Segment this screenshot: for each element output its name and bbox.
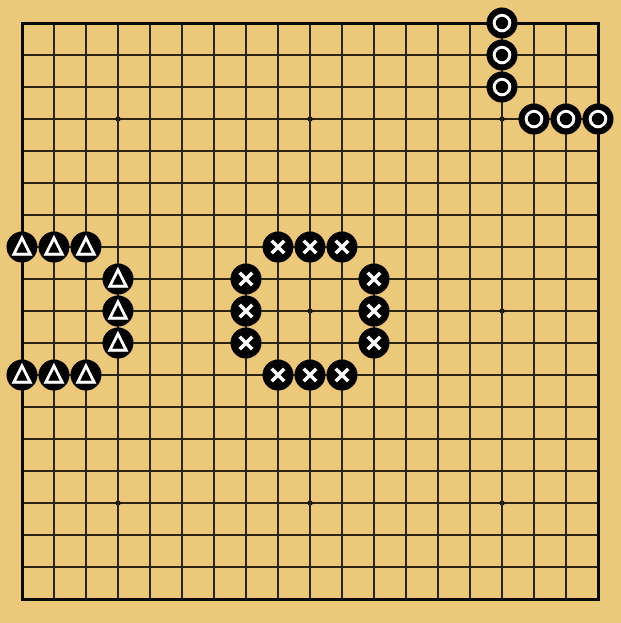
board-cell[interactable] — [102, 519, 134, 551]
board-cell[interactable] — [294, 583, 326, 615]
board-cell[interactable] — [262, 359, 294, 391]
board-cell[interactable] — [70, 327, 102, 359]
board-cell[interactable] — [454, 551, 486, 583]
board-cell[interactable] — [550, 167, 582, 199]
board-cell[interactable] — [230, 583, 262, 615]
board-cell[interactable] — [422, 231, 454, 263]
board-cell[interactable] — [390, 583, 422, 615]
board-cell[interactable] — [582, 583, 614, 615]
board-cell[interactable] — [550, 519, 582, 551]
board-cell[interactable] — [102, 359, 134, 391]
board-cell[interactable] — [262, 551, 294, 583]
board-cell[interactable] — [230, 263, 262, 295]
board-cell[interactable] — [326, 167, 358, 199]
board-cell[interactable] — [6, 231, 38, 263]
board-cell[interactable] — [262, 135, 294, 167]
board-cell[interactable] — [38, 391, 70, 423]
board-cell[interactable] — [198, 103, 230, 135]
board-cell[interactable] — [166, 455, 198, 487]
board-cell[interactable] — [70, 135, 102, 167]
board-cell[interactable] — [166, 359, 198, 391]
board-cell[interactable] — [262, 487, 294, 519]
board-cell[interactable] — [134, 263, 166, 295]
board-cell[interactable] — [390, 103, 422, 135]
board-cell[interactable] — [454, 39, 486, 71]
board-cell[interactable] — [166, 167, 198, 199]
board-cell[interactable] — [518, 327, 550, 359]
board-cell[interactable] — [198, 135, 230, 167]
board-cell[interactable] — [134, 103, 166, 135]
board-cell[interactable] — [134, 391, 166, 423]
board-cell[interactable] — [230, 135, 262, 167]
board-cell[interactable] — [390, 359, 422, 391]
board-cell[interactable] — [38, 199, 70, 231]
board-cell[interactable] — [198, 263, 230, 295]
board-cell[interactable] — [390, 327, 422, 359]
board-cell[interactable] — [294, 455, 326, 487]
board-cell[interactable] — [294, 423, 326, 455]
board-cell[interactable] — [102, 39, 134, 71]
board-cell[interactable] — [582, 167, 614, 199]
board-cell[interactable] — [166, 39, 198, 71]
board-cell[interactable] — [70, 455, 102, 487]
board-cell[interactable] — [518, 519, 550, 551]
board-cell[interactable] — [486, 39, 518, 71]
board-cell[interactable] — [486, 327, 518, 359]
board-cell[interactable] — [422, 71, 454, 103]
board-cell[interactable] — [294, 7, 326, 39]
board-cell[interactable] — [550, 39, 582, 71]
board-cell[interactable] — [486, 71, 518, 103]
board-cell[interactable] — [326, 263, 358, 295]
board-cell[interactable] — [230, 455, 262, 487]
board-cell[interactable] — [422, 551, 454, 583]
board-cell[interactable] — [326, 103, 358, 135]
board-cell[interactable] — [6, 359, 38, 391]
board-cell[interactable] — [38, 135, 70, 167]
board-cell[interactable] — [518, 423, 550, 455]
board-cell[interactable] — [262, 231, 294, 263]
board-cell[interactable] — [486, 455, 518, 487]
board-cell[interactable] — [70, 359, 102, 391]
board-cell[interactable] — [326, 7, 358, 39]
board-cell[interactable] — [518, 231, 550, 263]
board-cell[interactable] — [518, 39, 550, 71]
board-cell[interactable] — [102, 551, 134, 583]
board-cell[interactable] — [38, 455, 70, 487]
board-cell[interactable] — [518, 359, 550, 391]
board-cell[interactable] — [6, 455, 38, 487]
board-cell[interactable] — [518, 263, 550, 295]
board-cell[interactable] — [582, 519, 614, 551]
board-cell[interactable] — [198, 39, 230, 71]
board-cell[interactable] — [358, 455, 390, 487]
board-cell[interactable] — [486, 391, 518, 423]
board-cell[interactable] — [326, 519, 358, 551]
board-cell[interactable] — [102, 71, 134, 103]
board-cell[interactable] — [422, 103, 454, 135]
board-cell[interactable] — [230, 231, 262, 263]
board-cell[interactable] — [6, 7, 38, 39]
board-cell[interactable] — [550, 71, 582, 103]
board-cell[interactable] — [358, 583, 390, 615]
board-cell[interactable] — [454, 327, 486, 359]
board-cell[interactable] — [102, 423, 134, 455]
board-cell[interactable] — [262, 39, 294, 71]
board-cell[interactable] — [38, 71, 70, 103]
board-cell[interactable] — [550, 359, 582, 391]
board-cell[interactable] — [134, 231, 166, 263]
board-cell[interactable] — [70, 263, 102, 295]
board-cell[interactable] — [326, 135, 358, 167]
board-cell[interactable] — [582, 551, 614, 583]
board-cell[interactable] — [486, 423, 518, 455]
board-cell[interactable] — [486, 135, 518, 167]
board-cell[interactable] — [550, 295, 582, 327]
board-cell[interactable] — [102, 135, 134, 167]
board-cell[interactable] — [518, 71, 550, 103]
board-cell[interactable] — [102, 199, 134, 231]
board-cell[interactable] — [358, 39, 390, 71]
board-cell[interactable] — [38, 487, 70, 519]
board-cell[interactable] — [582, 71, 614, 103]
board-cell[interactable] — [6, 295, 38, 327]
board-cell[interactable] — [230, 519, 262, 551]
board-cell[interactable] — [262, 423, 294, 455]
board-cell[interactable] — [390, 455, 422, 487]
board-cell[interactable] — [390, 423, 422, 455]
board-cell[interactable] — [230, 295, 262, 327]
board-cell[interactable] — [390, 199, 422, 231]
board-cell[interactable] — [550, 551, 582, 583]
board-cell[interactable] — [262, 263, 294, 295]
board-cell[interactable] — [198, 487, 230, 519]
board-cell[interactable] — [134, 7, 166, 39]
board-cell[interactable] — [326, 487, 358, 519]
board-cell[interactable] — [230, 423, 262, 455]
board-cell[interactable] — [454, 167, 486, 199]
board-cell[interactable] — [6, 423, 38, 455]
board-cell[interactable] — [6, 263, 38, 295]
board-cell[interactable] — [422, 455, 454, 487]
board-cell[interactable] — [6, 583, 38, 615]
board-cell[interactable] — [70, 583, 102, 615]
board-cell[interactable] — [262, 71, 294, 103]
board-cell[interactable] — [294, 39, 326, 71]
board-cell[interactable] — [550, 231, 582, 263]
board-cell[interactable] — [198, 7, 230, 39]
board-cell[interactable] — [358, 423, 390, 455]
board-cell[interactable] — [422, 199, 454, 231]
board-cell[interactable] — [262, 583, 294, 615]
board-cell[interactable] — [518, 295, 550, 327]
board-cell[interactable] — [358, 551, 390, 583]
board-cell[interactable] — [486, 103, 518, 135]
board-cell[interactable] — [134, 359, 166, 391]
board-cell[interactable] — [102, 295, 134, 327]
board-cell[interactable] — [198, 551, 230, 583]
board-cell[interactable] — [454, 199, 486, 231]
board-cell[interactable] — [262, 295, 294, 327]
board-cell[interactable] — [454, 231, 486, 263]
board-cell[interactable] — [38, 423, 70, 455]
board-cell[interactable] — [134, 39, 166, 71]
board-cell[interactable] — [230, 391, 262, 423]
board-cell[interactable] — [102, 455, 134, 487]
board-cell[interactable] — [422, 327, 454, 359]
board-cell[interactable] — [230, 327, 262, 359]
board-cell[interactable] — [102, 327, 134, 359]
board-cell[interactable] — [230, 487, 262, 519]
board-cell[interactable] — [294, 103, 326, 135]
board-cell[interactable] — [166, 231, 198, 263]
board-cell[interactable] — [70, 391, 102, 423]
board-cell[interactable] — [326, 391, 358, 423]
board-cell[interactable] — [166, 263, 198, 295]
board-cell[interactable] — [454, 71, 486, 103]
board-cell[interactable] — [102, 231, 134, 263]
board-cell[interactable] — [70, 199, 102, 231]
board-cell[interactable] — [6, 135, 38, 167]
board-cell[interactable] — [390, 231, 422, 263]
board-cell[interactable] — [550, 423, 582, 455]
board-cell[interactable] — [198, 455, 230, 487]
board-cell[interactable] — [198, 231, 230, 263]
board-cell[interactable] — [166, 327, 198, 359]
board-cell[interactable] — [422, 423, 454, 455]
board-cell[interactable] — [102, 583, 134, 615]
board-cell[interactable] — [422, 583, 454, 615]
board-cell[interactable] — [134, 327, 166, 359]
board-cell[interactable] — [38, 231, 70, 263]
board-cell[interactable] — [550, 455, 582, 487]
board-cell[interactable] — [38, 327, 70, 359]
board-cell[interactable] — [134, 583, 166, 615]
board-cell[interactable] — [166, 103, 198, 135]
board-cell[interactable] — [166, 199, 198, 231]
board-cell[interactable] — [326, 359, 358, 391]
board-cell[interactable] — [198, 391, 230, 423]
board-cell[interactable] — [582, 423, 614, 455]
board-cell[interactable] — [134, 455, 166, 487]
board-cell[interactable] — [262, 103, 294, 135]
board-cell[interactable] — [166, 71, 198, 103]
board-cell[interactable] — [70, 295, 102, 327]
board-cell[interactable] — [422, 167, 454, 199]
board-cell[interactable] — [422, 295, 454, 327]
board-cell[interactable] — [550, 327, 582, 359]
board-cell[interactable] — [198, 359, 230, 391]
board-cell[interactable] — [358, 487, 390, 519]
board-cell[interactable] — [6, 519, 38, 551]
board-cell[interactable] — [454, 487, 486, 519]
board-cell[interactable] — [198, 199, 230, 231]
board-cell[interactable] — [326, 39, 358, 71]
board-cell[interactable] — [198, 167, 230, 199]
board-cell[interactable] — [6, 327, 38, 359]
board-cell[interactable] — [486, 551, 518, 583]
board-cell[interactable] — [550, 135, 582, 167]
board-cell[interactable] — [582, 263, 614, 295]
board-cell[interactable] — [582, 231, 614, 263]
board-cell[interactable] — [582, 359, 614, 391]
board-cell[interactable] — [518, 455, 550, 487]
board-cell[interactable] — [326, 231, 358, 263]
board-cell[interactable] — [70, 551, 102, 583]
board-cell[interactable] — [70, 7, 102, 39]
board-cell[interactable] — [262, 455, 294, 487]
board-cell[interactable] — [422, 519, 454, 551]
board-cell[interactable] — [454, 455, 486, 487]
board-cell[interactable] — [70, 487, 102, 519]
board-cell[interactable] — [582, 487, 614, 519]
board-cell[interactable] — [390, 135, 422, 167]
board-cell[interactable] — [454, 519, 486, 551]
board-cell[interactable] — [134, 551, 166, 583]
board-cell[interactable] — [38, 359, 70, 391]
board-cell[interactable] — [294, 391, 326, 423]
board-cell[interactable] — [454, 391, 486, 423]
board-cell[interactable] — [358, 231, 390, 263]
board-cell[interactable] — [134, 423, 166, 455]
board-cell[interactable] — [230, 167, 262, 199]
board-cell[interactable] — [166, 423, 198, 455]
board-cell[interactable] — [390, 391, 422, 423]
board-cell[interactable] — [166, 583, 198, 615]
board-cell[interactable] — [454, 583, 486, 615]
board-cell[interactable] — [294, 231, 326, 263]
board-cell[interactable] — [166, 7, 198, 39]
board-cell[interactable] — [198, 327, 230, 359]
board-cell[interactable] — [230, 71, 262, 103]
board-cell[interactable] — [550, 103, 582, 135]
board-cell[interactable] — [582, 455, 614, 487]
board-cell[interactable] — [70, 167, 102, 199]
board-cell[interactable] — [166, 391, 198, 423]
board-cell[interactable] — [166, 135, 198, 167]
board-cell[interactable] — [6, 167, 38, 199]
board-cell[interactable] — [38, 519, 70, 551]
board-cell[interactable] — [454, 295, 486, 327]
board-cell[interactable] — [422, 7, 454, 39]
board-cell[interactable] — [166, 295, 198, 327]
board-cell[interactable] — [454, 103, 486, 135]
board-cell[interactable] — [134, 487, 166, 519]
board-cell[interactable] — [358, 71, 390, 103]
board-cell[interactable] — [390, 551, 422, 583]
board-cell[interactable] — [38, 39, 70, 71]
board-cell[interactable] — [294, 359, 326, 391]
board-cell[interactable] — [6, 39, 38, 71]
board-cell[interactable] — [102, 7, 134, 39]
board-cell[interactable] — [518, 583, 550, 615]
board-cell[interactable] — [134, 199, 166, 231]
board-cell[interactable] — [550, 391, 582, 423]
board-cell[interactable] — [358, 7, 390, 39]
board-cell[interactable] — [70, 103, 102, 135]
board-cell[interactable] — [294, 263, 326, 295]
board-cell[interactable] — [486, 295, 518, 327]
board-cell[interactable] — [70, 423, 102, 455]
board-cell[interactable] — [582, 199, 614, 231]
board-cell[interactable] — [38, 103, 70, 135]
board-cell[interactable] — [550, 199, 582, 231]
board-cell[interactable] — [198, 71, 230, 103]
board-cell[interactable] — [6, 71, 38, 103]
board-cell[interactable] — [390, 263, 422, 295]
board-cell[interactable] — [198, 583, 230, 615]
board-cell[interactable] — [390, 167, 422, 199]
board-cell[interactable] — [294, 295, 326, 327]
board-cell[interactable] — [486, 263, 518, 295]
board-cell[interactable] — [198, 423, 230, 455]
board-cell[interactable] — [38, 263, 70, 295]
board-cell[interactable] — [422, 487, 454, 519]
board-cell[interactable] — [550, 7, 582, 39]
board-cell[interactable] — [358, 135, 390, 167]
board-cell[interactable] — [582, 135, 614, 167]
board-cell[interactable] — [134, 519, 166, 551]
board-cell[interactable] — [262, 327, 294, 359]
board-cell[interactable] — [422, 135, 454, 167]
board-cell[interactable] — [294, 71, 326, 103]
board-cell[interactable] — [38, 583, 70, 615]
board-cell[interactable] — [358, 263, 390, 295]
board-cell[interactable] — [518, 167, 550, 199]
board-cell[interactable] — [70, 39, 102, 71]
board-cell[interactable] — [358, 327, 390, 359]
board-cell[interactable] — [102, 487, 134, 519]
board-cell[interactable] — [294, 167, 326, 199]
board-cell[interactable] — [518, 103, 550, 135]
board-cell[interactable] — [326, 295, 358, 327]
board-cell[interactable] — [134, 295, 166, 327]
board-cell[interactable] — [422, 391, 454, 423]
board-cell[interactable] — [486, 231, 518, 263]
board-cell[interactable] — [262, 391, 294, 423]
board-cell[interactable] — [454, 135, 486, 167]
board-cell[interactable] — [198, 519, 230, 551]
board-cell[interactable] — [486, 7, 518, 39]
board-cell[interactable] — [230, 39, 262, 71]
board-cell[interactable] — [390, 487, 422, 519]
board-cell[interactable] — [230, 103, 262, 135]
board-cell[interactable] — [198, 295, 230, 327]
board-cell[interactable] — [102, 391, 134, 423]
board-cell[interactable] — [550, 263, 582, 295]
board-cell[interactable] — [38, 167, 70, 199]
board-cell[interactable] — [70, 519, 102, 551]
board-cell[interactable] — [230, 199, 262, 231]
board-cell[interactable] — [518, 7, 550, 39]
board-cell[interactable] — [518, 391, 550, 423]
board-cell[interactable] — [230, 7, 262, 39]
board-cell[interactable] — [326, 551, 358, 583]
board-cell[interactable] — [550, 487, 582, 519]
board-cell[interactable] — [38, 295, 70, 327]
board-cell[interactable] — [550, 583, 582, 615]
board-cell[interactable] — [518, 199, 550, 231]
board-cell[interactable] — [358, 103, 390, 135]
board-cell[interactable] — [390, 71, 422, 103]
board-cell[interactable] — [390, 519, 422, 551]
board-cell[interactable] — [454, 7, 486, 39]
board-cell[interactable] — [294, 519, 326, 551]
board-cell[interactable] — [6, 103, 38, 135]
board-cell[interactable] — [102, 103, 134, 135]
board-cell[interactable] — [454, 359, 486, 391]
board-cell[interactable] — [38, 7, 70, 39]
